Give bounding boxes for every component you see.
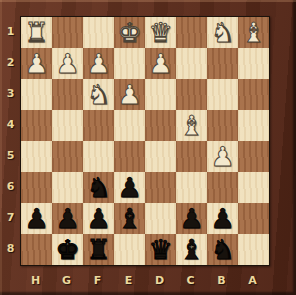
rank-label-3: 3 [1,78,20,109]
square-f8[interactable]: ♜ [83,234,114,265]
square-d6[interactable] [145,172,176,203]
square-c7[interactable]: ♟ [176,203,207,234]
piece-white-bishop-icon: ♝ [179,110,203,141]
square-d1[interactable]: ♛ [145,17,176,48]
piece-black-king-icon: ♚ [55,234,79,265]
square-a5[interactable] [238,141,269,172]
square-g2[interactable]: ♟ [52,48,83,79]
piece-white-pawn-icon: ♟ [24,48,48,79]
square-a3[interactable] [238,79,269,110]
file-label-c: C [175,267,206,293]
piece-white-pawn-icon: ♟ [210,141,234,172]
square-e1[interactable]: ♚ [114,17,145,48]
square-d5[interactable] [145,141,176,172]
file-label-b: B [206,267,237,293]
square-h1[interactable]: ♜ [21,17,52,48]
square-e7[interactable]: ♝ [114,203,145,234]
square-d2[interactable]: ♟ [145,48,176,79]
piece-white-pawn-icon: ♟ [148,48,172,79]
piece-black-pawn-icon: ♟ [55,203,79,234]
square-a8[interactable] [238,234,269,265]
square-c4[interactable]: ♝ [176,110,207,141]
square-g6[interactable] [52,172,83,203]
piece-black-queen-icon: ♛ [148,234,172,265]
piece-white-bishop-icon: ♝ [241,17,265,48]
piece-white-pawn-icon: ♟ [55,48,79,79]
square-h8[interactable] [21,234,52,265]
square-a2[interactable] [238,48,269,79]
square-h3[interactable] [21,79,52,110]
square-d8[interactable]: ♛ [145,234,176,265]
square-b1[interactable]: ♞ [207,17,238,48]
piece-black-bishop-icon: ♝ [117,203,141,234]
piece-black-knight-icon: ♞ [210,234,234,265]
piece-black-rook-icon: ♜ [86,234,110,265]
square-c5[interactable] [176,141,207,172]
piece-white-pawn-icon: ♟ [86,48,110,79]
square-g8[interactable]: ♚ [52,234,83,265]
square-d3[interactable] [145,79,176,110]
rank-label-8: 8 [1,233,20,264]
piece-black-pawn-icon: ♟ [210,203,234,234]
piece-black-knight-icon: ♞ [86,172,110,203]
square-h4[interactable] [21,110,52,141]
square-b2[interactable] [207,48,238,79]
square-e6[interactable]: ♟ [114,172,145,203]
file-label-f: F [82,267,113,293]
square-h6[interactable] [21,172,52,203]
square-g4[interactable] [52,110,83,141]
file-label-d: D [144,267,175,293]
file-label-h: H [20,267,51,293]
square-g5[interactable] [52,141,83,172]
square-a1[interactable]: ♝ [238,17,269,48]
rank-label-7: 7 [1,202,20,233]
square-f7[interactable]: ♟ [83,203,114,234]
piece-black-pawn-icon: ♟ [86,203,110,234]
rank-label-4: 4 [1,109,20,140]
square-a7[interactable] [238,203,269,234]
piece-white-knight-icon: ♞ [86,79,110,110]
rank-label-6: 6 [1,171,20,202]
square-b6[interactable] [207,172,238,203]
square-f2[interactable]: ♟ [83,48,114,79]
piece-white-king-icon: ♚ [117,17,141,48]
square-e2[interactable] [114,48,145,79]
square-g7[interactable]: ♟ [52,203,83,234]
square-c8[interactable]: ♝ [176,234,207,265]
square-e3[interactable]: ♟ [114,79,145,110]
piece-white-pawn-icon: ♟ [117,79,141,110]
square-g1[interactable] [52,17,83,48]
square-f6[interactable]: ♞ [83,172,114,203]
piece-white-rook-icon: ♜ [24,17,48,48]
square-b8[interactable]: ♞ [207,234,238,265]
square-h2[interactable]: ♟ [21,48,52,79]
square-b4[interactable] [207,110,238,141]
square-d7[interactable] [145,203,176,234]
piece-black-pawn-icon: ♟ [117,172,141,203]
square-f1[interactable] [83,17,114,48]
square-e4[interactable] [114,110,145,141]
chessboard: ♜♚♛♞♝♟♟♟♟♞♟♝♟♞♟♟♟♟♝♟♟♚♜♛♝♞ [20,16,270,266]
square-b7[interactable]: ♟ [207,203,238,234]
file-label-g: G [51,267,82,293]
square-b3[interactable] [207,79,238,110]
square-a6[interactable] [238,172,269,203]
rank-label-2: 2 [1,47,20,78]
square-d4[interactable] [145,110,176,141]
square-c6[interactable] [176,172,207,203]
square-f4[interactable] [83,110,114,141]
piece-white-knight-icon: ♞ [210,17,234,48]
square-e5[interactable] [114,141,145,172]
square-c1[interactable] [176,17,207,48]
square-h5[interactable] [21,141,52,172]
square-a4[interactable] [238,110,269,141]
square-f3[interactable]: ♞ [83,79,114,110]
square-g3[interactable] [52,79,83,110]
square-h7[interactable]: ♟ [21,203,52,234]
square-f5[interactable] [83,141,114,172]
file-label-a: A [237,267,268,293]
rank-label-1: 1 [1,16,20,47]
chessboard-frame: ♜♚♛♞♝♟♟♟♟♞♟♝♟♞♟♟♟♟♝♟♟♚♜♛♝♞ 12345678HGFED… [0,0,296,295]
piece-black-bishop-icon: ♝ [179,234,203,265]
piece-white-queen-icon: ♛ [148,17,172,48]
rank-label-5: 5 [1,140,20,171]
piece-black-pawn-icon: ♟ [24,203,48,234]
square-c2[interactable] [176,48,207,79]
square-b5[interactable]: ♟ [207,141,238,172]
square-c3[interactable] [176,79,207,110]
piece-black-pawn-icon: ♟ [179,203,203,234]
square-e8[interactable] [114,234,145,265]
file-label-e: E [113,267,144,293]
